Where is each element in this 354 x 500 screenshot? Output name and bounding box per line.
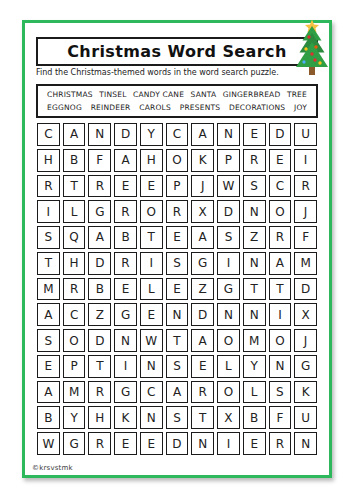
- word-bank-row: EGGNOGREINDEERCAROLSPRESENTSDECORATIONSJ…: [47, 103, 307, 112]
- page-title: Christmas Word Search: [67, 42, 287, 61]
- grid-cell[interactable]: I: [114, 355, 137, 378]
- grid-cell[interactable]: N: [140, 406, 163, 429]
- word-bank-word: CANDY CANE: [133, 90, 184, 99]
- grid-cell[interactable]: N: [217, 123, 240, 146]
- grid-cell[interactable]: D: [217, 200, 240, 223]
- grid-cell[interactable]: N: [217, 303, 240, 326]
- grid-cell[interactable]: H: [88, 406, 111, 429]
- grid-cell[interactable]: G: [294, 355, 317, 378]
- grid-cell[interactable]: S: [166, 355, 189, 378]
- word-bank-word: CHRISTMAS: [47, 90, 93, 99]
- grid-cell[interactable]: T: [37, 252, 60, 275]
- grid-cell[interactable]: M: [294, 252, 317, 275]
- word-bank-word: CAROLS: [139, 103, 171, 112]
- grid-cell[interactable]: X: [294, 303, 317, 326]
- grid-cell[interactable]: E: [166, 278, 189, 301]
- worksheet-frame: Christmas Word Search Find the Christmas…: [22, 20, 332, 478]
- grid-cell[interactable]: Z: [191, 278, 214, 301]
- grid-cell[interactable]: E: [37, 355, 60, 378]
- grid-cell[interactable]: T: [269, 278, 292, 301]
- grid-cell[interactable]: Y: [243, 355, 266, 378]
- grid-cell[interactable]: S: [166, 252, 189, 275]
- grid-cell[interactable]: E: [114, 175, 137, 198]
- grid-cell[interactable]: N: [191, 432, 214, 455]
- grid-cell[interactable]: M: [63, 381, 86, 404]
- grid-cell[interactable]: E: [114, 278, 137, 301]
- grid-cell[interactable]: F: [294, 226, 317, 249]
- grid-cell[interactable]: X: [191, 200, 214, 223]
- grid-cell[interactable]: L: [63, 200, 86, 223]
- grid-cell[interactable]: S: [37, 226, 60, 249]
- grid-cell[interactable]: G: [114, 381, 137, 404]
- grid-cell[interactable]: R: [294, 175, 317, 198]
- grid-cell[interactable]: H: [37, 149, 60, 172]
- grid-cell[interactable]: R: [191, 381, 214, 404]
- grid-cell[interactable]: T: [191, 406, 214, 429]
- grid-cell[interactable]: R: [243, 149, 266, 172]
- grid-cell[interactable]: Y: [63, 406, 86, 429]
- grid-cell[interactable]: N: [243, 303, 266, 326]
- grid-cell[interactable]: X: [217, 406, 240, 429]
- word-bank-word: GINGERBREAD: [223, 90, 281, 99]
- grid-cell[interactable]: O: [217, 329, 240, 352]
- grid-cell[interactable]: T: [243, 278, 266, 301]
- grid-cell[interactable]: A: [166, 381, 189, 404]
- grid-cell[interactable]: T: [63, 175, 86, 198]
- grid-cell[interactable]: Z: [243, 226, 266, 249]
- grid-cell[interactable]: L: [140, 278, 163, 301]
- grid-cell[interactable]: B: [37, 406, 60, 429]
- grid-cell[interactable]: P: [217, 149, 240, 172]
- grid-cell[interactable]: U: [294, 406, 317, 429]
- grid-cell[interactable]: D: [88, 329, 111, 352]
- word-bank-word: EGGNOG: [47, 103, 82, 112]
- grid-cell[interactable]: S: [166, 406, 189, 429]
- grid-cell[interactable]: O: [140, 200, 163, 223]
- grid-cell[interactable]: O: [63, 329, 86, 352]
- grid-cell[interactable]: G: [88, 200, 111, 223]
- grid-cell[interactable]: Q: [63, 226, 86, 249]
- word-bank-word: REINDEER: [91, 103, 131, 112]
- grid-cell[interactable]: R: [166, 200, 189, 223]
- grid-cell[interactable]: N: [243, 252, 266, 275]
- grid-cell[interactable]: R: [37, 175, 60, 198]
- grid-cell[interactable]: C: [140, 381, 163, 404]
- copyright-text: ©krsvstmk: [32, 464, 73, 472]
- grid-cell[interactable]: S: [243, 175, 266, 198]
- grid-cell[interactable]: A: [37, 303, 60, 326]
- grid-cell[interactable]: R: [269, 432, 292, 455]
- grid-cell[interactable]: I: [269, 303, 292, 326]
- grid-cell[interactable]: F: [269, 406, 292, 429]
- grid-cell[interactable]: N: [243, 200, 266, 223]
- grid-cell[interactable]: E: [269, 149, 292, 172]
- grid-cell[interactable]: K: [114, 406, 137, 429]
- grid-cell[interactable]: E: [191, 355, 214, 378]
- grid-cell[interactable]: C: [269, 175, 292, 198]
- grid-cell[interactable]: E: [243, 123, 266, 146]
- grid-cell[interactable]: G: [217, 278, 240, 301]
- grid-cell[interactable]: N: [114, 329, 137, 352]
- grid-cell[interactable]: H: [63, 252, 86, 275]
- grid-cell[interactable]: R: [63, 278, 86, 301]
- grid-cell[interactable]: J: [191, 175, 214, 198]
- grid-cell[interactable]: J: [294, 200, 317, 223]
- grid-cell[interactable]: O: [217, 381, 240, 404]
- word-bank-word: PRESENTS: [180, 103, 221, 112]
- grid-cell[interactable]: Y: [140, 123, 163, 146]
- grid-cell[interactable]: L: [217, 355, 240, 378]
- grid-cell[interactable]: I: [294, 149, 317, 172]
- grid-cell[interactable]: D: [294, 278, 317, 301]
- grid-cell[interactable]: E: [140, 175, 163, 198]
- grid-cell[interactable]: M: [243, 329, 266, 352]
- grid-cell[interactable]: Z: [88, 303, 111, 326]
- grid-cell[interactable]: W: [140, 329, 163, 352]
- grid-cell[interactable]: M: [37, 278, 60, 301]
- grid-cell[interactable]: N: [269, 355, 292, 378]
- word-bank-word: TINSEL: [99, 90, 126, 99]
- grid-cell[interactable]: W: [217, 175, 240, 198]
- grid-cell[interactable]: P: [63, 355, 86, 378]
- grid-cell[interactable]: G: [63, 432, 86, 455]
- grid-cell[interactable]: N: [294, 432, 317, 455]
- instruction-text: Find the Christmas-themed words in the w…: [36, 68, 279, 77]
- grid-cell[interactable]: C: [63, 303, 86, 326]
- grid-cell[interactable]: K: [294, 381, 317, 404]
- grid-cell[interactable]: R: [88, 381, 111, 404]
- grid-cell[interactable]: U: [294, 123, 317, 146]
- grid-cell[interactable]: R: [269, 226, 292, 249]
- word-bank-row: CHRISTMASTINSELCANDY CANESANTAGINGERBREA…: [47, 90, 307, 99]
- grid-cell[interactable]: R: [88, 432, 111, 455]
- grid-cell[interactable]: O: [166, 149, 189, 172]
- grid-cell[interactable]: B: [63, 149, 86, 172]
- grid-cell[interactable]: S: [217, 226, 240, 249]
- grid-cell[interactable]: A: [191, 226, 214, 249]
- word-search-grid: CANDYCANEDUHBFAHOKPREIRTREEPJWSCRILGRORX…: [37, 123, 317, 455]
- grid-cell[interactable]: N: [88, 123, 111, 146]
- grid-cell[interactable]: B: [88, 278, 111, 301]
- grid-cell[interactable]: B: [114, 226, 137, 249]
- grid-cell[interactable]: G: [191, 252, 214, 275]
- grid-cell[interactable]: E: [114, 432, 137, 455]
- grid-cell[interactable]: R: [114, 200, 137, 223]
- grid-cell[interactable]: D: [88, 252, 111, 275]
- word-bank-word: JOY: [294, 103, 307, 112]
- grid-cell[interactable]: A: [88, 226, 111, 249]
- grid-cell[interactable]: I: [37, 200, 60, 223]
- grid-cell[interactable]: A: [37, 381, 60, 404]
- grid-cell[interactable]: A: [191, 329, 214, 352]
- title-box: Christmas Word Search: [36, 37, 318, 66]
- grid-cell[interactable]: K: [191, 149, 214, 172]
- grid-cell[interactable]: I: [140, 252, 163, 275]
- grid-cell[interactable]: E: [140, 432, 163, 455]
- grid-cell[interactable]: O: [269, 200, 292, 223]
- grid-cell[interactable]: A: [114, 149, 137, 172]
- grid-cell[interactable]: S: [37, 329, 60, 352]
- grid-cell[interactable]: H: [140, 149, 163, 172]
- grid-cell[interactable]: F: [88, 149, 111, 172]
- grid-cell[interactable]: D: [191, 303, 214, 326]
- grid-cell[interactable]: D: [166, 432, 189, 455]
- word-bank-word: DECORATIONS: [229, 103, 285, 112]
- grid-cell[interactable]: I: [217, 432, 240, 455]
- word-bank: CHRISTMASTINSELCANDY CANESANTAGINGERBREA…: [36, 84, 318, 118]
- grid-cell[interactable]: R: [88, 175, 111, 198]
- grid-cell[interactable]: E: [243, 432, 266, 455]
- grid-cell[interactable]: N: [140, 355, 163, 378]
- grid-cell[interactable]: B: [243, 406, 266, 429]
- grid-cell[interactable]: L: [243, 381, 266, 404]
- grid-cell[interactable]: D: [114, 123, 137, 146]
- grid-cell[interactable]: N: [166, 303, 189, 326]
- worksheet-page: Christmas Word Search Find the Christmas…: [0, 0, 354, 500]
- grid-cell[interactable]: T: [166, 329, 189, 352]
- grid-cell[interactable]: J: [294, 329, 317, 352]
- grid-cell[interactable]: T: [140, 226, 163, 249]
- grid-cell[interactable]: R: [114, 252, 137, 275]
- grid-cell[interactable]: T: [88, 355, 111, 378]
- grid-cell[interactable]: C: [166, 123, 189, 146]
- grid-cell[interactable]: S: [269, 381, 292, 404]
- grid-cell[interactable]: G: [114, 303, 137, 326]
- grid-cell[interactable]: E: [166, 226, 189, 249]
- grid-cell[interactable]: O: [269, 329, 292, 352]
- grid-cell[interactable]: I: [217, 252, 240, 275]
- grid-cell[interactable]: D: [269, 123, 292, 146]
- grid-cell[interactable]: E: [140, 303, 163, 326]
- grid-cell[interactable]: C: [37, 123, 60, 146]
- word-bank-word: TREE: [287, 90, 307, 99]
- grid-cell[interactable]: A: [191, 123, 214, 146]
- word-bank-word: SANTA: [191, 90, 217, 99]
- grid-cell[interactable]: P: [166, 175, 189, 198]
- grid-cell[interactable]: W: [37, 432, 60, 455]
- grid-cell[interactable]: A: [269, 252, 292, 275]
- grid-cell[interactable]: A: [63, 123, 86, 146]
